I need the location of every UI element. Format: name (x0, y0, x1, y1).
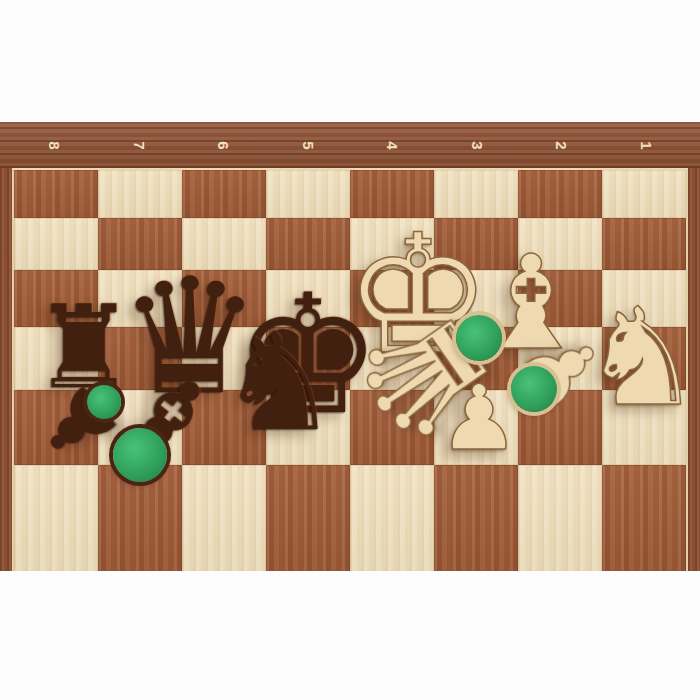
board-frame-right (688, 168, 700, 571)
product-photo: 87654321 ♚♝♛♜♚♞♟♛♞♟♝♟ (0, 0, 700, 700)
board-frame-left (0, 168, 12, 571)
pieces-layer: ♚♝♛♜♚♞♟♛♞♟♝♟ (14, 170, 686, 571)
playing-field: ♚♝♛♜♚♞♟♛♞♟♝♟ (12, 168, 688, 571)
board-frame-top: 87654321 (0, 122, 700, 168)
felt-base-dark-pawn-fallen (87, 385, 121, 419)
felt-base-light-queen-fallen (456, 315, 502, 361)
chess-board: 87654321 ♚♝♛♜♚♞♟♛♞♟♝♟ (0, 122, 700, 571)
piece-dark-knight: ♞ (218, 315, 339, 450)
board-body: ♚♝♛♜♚♞♟♛♞♟♝♟ (0, 168, 700, 571)
piece-light-pawn: ♟ (439, 373, 520, 463)
